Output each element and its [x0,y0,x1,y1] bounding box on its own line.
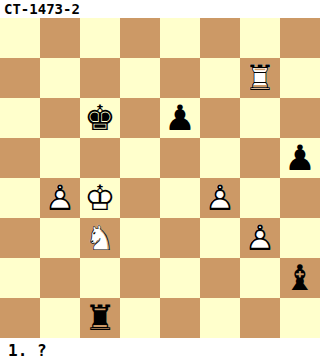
black-pawn-e6[interactable]: ♟ [160,98,200,138]
square-d4[interactable] [120,178,160,218]
square-h7[interactable] [280,58,320,98]
square-a7[interactable] [0,58,40,98]
square-h6[interactable] [280,98,320,138]
square-h3[interactable] [280,218,320,258]
square-f4[interactable]: ♟♙ [200,178,240,218]
white-pawn-b4[interactable]: ♙ [40,178,80,218]
white-rook-g7[interactable]: ♖ [240,58,280,98]
square-f5[interactable] [200,138,240,178]
square-b8[interactable] [40,18,80,58]
square-h1[interactable] [280,298,320,338]
square-b1[interactable] [40,298,80,338]
square-a6[interactable] [0,98,40,138]
square-b4[interactable]: ♟♙ [40,178,80,218]
square-a5[interactable] [0,138,40,178]
square-f2[interactable] [200,258,240,298]
square-c6[interactable]: ♚ [80,98,120,138]
square-a4[interactable] [0,178,40,218]
square-h8[interactable] [280,18,320,58]
square-c2[interactable] [80,258,120,298]
square-e5[interactable] [160,138,200,178]
white-knight-c3[interactable]: ♘ [80,218,120,258]
square-c1[interactable]: ♜ [80,298,120,338]
square-d7[interactable] [120,58,160,98]
square-d2[interactable] [120,258,160,298]
square-g2[interactable] [240,258,280,298]
square-e6[interactable]: ♟ [160,98,200,138]
square-g3[interactable]: ♟♙ [240,218,280,258]
square-a8[interactable] [0,18,40,58]
black-bishop-h2[interactable]: ♝ [280,258,320,298]
black-rook-c1[interactable]: ♜ [80,298,120,338]
black-pawn-h5[interactable]: ♟ [280,138,320,178]
square-f3[interactable] [200,218,240,258]
square-d3[interactable] [120,218,160,258]
square-c8[interactable] [80,18,120,58]
white-king-c4[interactable]: ♔ [80,178,120,218]
square-c7[interactable] [80,58,120,98]
square-b6[interactable] [40,98,80,138]
square-b7[interactable] [40,58,80,98]
square-b2[interactable] [40,258,80,298]
square-c5[interactable] [80,138,120,178]
square-e3[interactable] [160,218,200,258]
square-c3[interactable]: ♞♘ [80,218,120,258]
square-f6[interactable] [200,98,240,138]
square-d6[interactable] [120,98,160,138]
puzzle-title: CT-1473-2 [0,0,320,18]
square-c4[interactable]: ♚♔ [80,178,120,218]
square-g1[interactable] [240,298,280,338]
square-e1[interactable] [160,298,200,338]
square-e4[interactable] [160,178,200,218]
square-b3[interactable] [40,218,80,258]
square-a3[interactable] [0,218,40,258]
move-prompt: 1. ? [0,338,320,360]
square-d8[interactable] [120,18,160,58]
square-g8[interactable] [240,18,280,58]
square-h4[interactable] [280,178,320,218]
square-b5[interactable] [40,138,80,178]
white-pawn-f4[interactable]: ♙ [200,178,240,218]
square-f1[interactable] [200,298,240,338]
square-e2[interactable] [160,258,200,298]
square-g5[interactable] [240,138,280,178]
square-a2[interactable] [0,258,40,298]
square-h5[interactable]: ♟ [280,138,320,178]
square-g7[interactable]: ♜♖ [240,58,280,98]
chess-board: ♜♖♚♟♟♟♙♚♔♟♙♞♘♟♙♝♜ [0,18,320,338]
square-f7[interactable] [200,58,240,98]
square-h2[interactable]: ♝ [280,258,320,298]
black-king-c6[interactable]: ♚ [80,98,120,138]
square-e7[interactable] [160,58,200,98]
square-g4[interactable] [240,178,280,218]
square-f8[interactable] [200,18,240,58]
white-pawn-g3[interactable]: ♙ [240,218,280,258]
square-a1[interactable] [0,298,40,338]
square-g6[interactable] [240,98,280,138]
square-d1[interactable] [120,298,160,338]
square-d5[interactable] [120,138,160,178]
square-e8[interactable] [160,18,200,58]
